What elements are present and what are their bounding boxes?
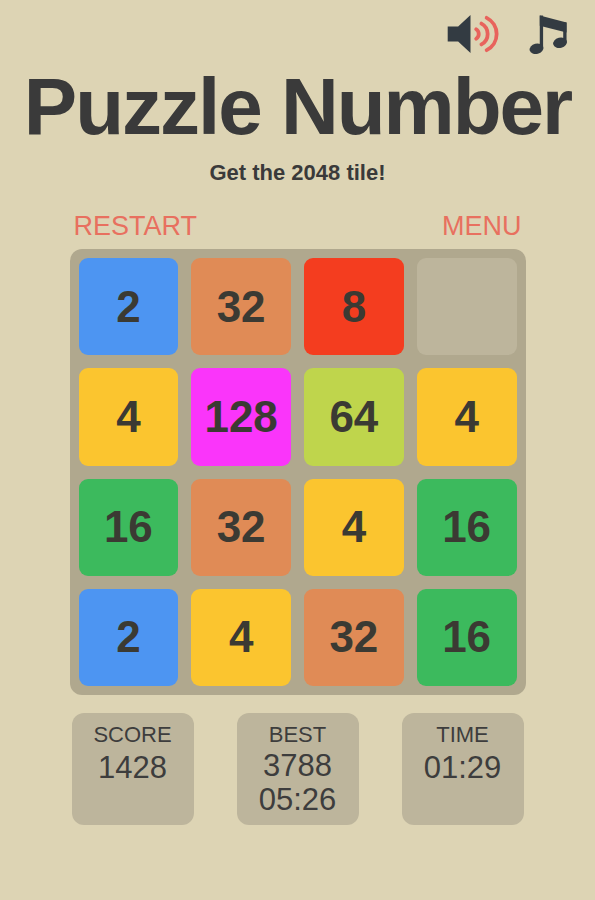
score-label: SCORE bbox=[72, 721, 194, 749]
time-value: 01:29 bbox=[402, 751, 524, 785]
best-score-value: 3788 bbox=[237, 749, 359, 783]
menu-row: RESTART MENU bbox=[74, 212, 522, 240]
top-icon-bar bbox=[442, 10, 573, 58]
board-grid[interactable]: 232841286441632416243216 bbox=[70, 249, 526, 695]
score-value: 1428 bbox=[72, 751, 194, 785]
tile-2: 2 bbox=[79, 258, 179, 355]
restart-button[interactable]: RESTART bbox=[74, 212, 198, 240]
tile-128: 128 bbox=[191, 368, 291, 465]
empty-cell bbox=[417, 258, 517, 355]
tile-32: 32 bbox=[191, 479, 291, 576]
tile-4: 4 bbox=[191, 589, 291, 686]
subtitle: Get the 2048 tile! bbox=[0, 158, 595, 188]
tile-16: 16 bbox=[79, 479, 179, 576]
stats-row: SCORE 1428 BEST 3788 05:26 TIME 01:29 bbox=[72, 713, 524, 825]
music-note-icon bbox=[525, 10, 573, 58]
tile-16: 16 bbox=[417, 589, 517, 686]
tile-64: 64 bbox=[304, 368, 404, 465]
menu-button[interactable]: MENU bbox=[442, 212, 522, 240]
tile-4: 4 bbox=[79, 368, 179, 465]
sound-toggle-button[interactable] bbox=[442, 10, 499, 58]
tile-4: 4 bbox=[417, 368, 517, 465]
tile-2: 2 bbox=[79, 589, 179, 686]
tile-32: 32 bbox=[304, 589, 404, 686]
time-panel: TIME 01:29 bbox=[402, 713, 524, 825]
score-panel: SCORE 1428 bbox=[72, 713, 194, 825]
best-panel: BEST 3788 05:26 bbox=[237, 713, 359, 825]
page-title: Puzzle Number bbox=[0, 62, 595, 152]
time-label: TIME bbox=[402, 721, 524, 749]
tile-16: 16 bbox=[417, 479, 517, 576]
best-label: BEST bbox=[237, 721, 359, 749]
music-toggle-button[interactable] bbox=[525, 10, 573, 58]
tile-32: 32 bbox=[191, 258, 291, 355]
volume-on-icon bbox=[442, 10, 499, 58]
tile-4: 4 bbox=[304, 479, 404, 576]
best-time-value: 05:26 bbox=[237, 783, 359, 817]
tile-8: 8 bbox=[304, 258, 404, 355]
